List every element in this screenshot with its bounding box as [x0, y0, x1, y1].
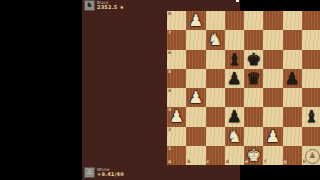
- file-label-g: g: [284, 160, 287, 165]
- white-king-e1[interactable]: ♚: [244, 146, 263, 165]
- square-g5[interactable]: ♟: [283, 69, 302, 88]
- square-g1[interactable]: g: [283, 146, 302, 165]
- square-f1[interactable]: f: [263, 146, 282, 165]
- file-label-c: c: [207, 160, 210, 165]
- rank-label-8: 8: [168, 12, 171, 17]
- square-e5[interactable]: ♛: [244, 69, 263, 88]
- square-h5[interactable]: [302, 69, 320, 88]
- white-pawn-f2[interactable]: ♟: [263, 127, 282, 146]
- square-c3[interactable]: [206, 107, 225, 126]
- square-e8[interactable]: [244, 11, 263, 30]
- square-d2[interactable]: ♞: [225, 127, 244, 146]
- square-b4[interactable]: ♟: [186, 88, 205, 107]
- square-e4[interactable]: [244, 88, 263, 107]
- square-c2[interactable]: [206, 127, 225, 146]
- square-d5[interactable]: ♟: [225, 69, 244, 88]
- square-c6[interactable]: [206, 50, 225, 69]
- square-g6[interactable]: [283, 50, 302, 69]
- square-a1[interactable]: 1a: [167, 146, 186, 165]
- square-d4[interactable]: [225, 88, 244, 107]
- square-d3[interactable]: ♟: [225, 107, 244, 126]
- square-h8[interactable]: [302, 11, 320, 30]
- square-e1[interactable]: e♚: [244, 146, 263, 165]
- square-a3[interactable]: 3♟: [167, 107, 186, 126]
- square-b5[interactable]: [186, 69, 205, 88]
- square-h4[interactable]: [302, 88, 320, 107]
- file-label-a: a: [168, 160, 171, 165]
- player-bar-black: ♞ Black 2352.5 ★: [84, 0, 124, 11]
- player-bar-white: ♙ White +9.41/40: [84, 167, 124, 178]
- square-a2[interactable]: 2: [167, 127, 186, 146]
- black-queen-e5[interactable]: ♛: [244, 69, 263, 88]
- white-avatar: ♙: [84, 167, 95, 178]
- square-h2[interactable]: [302, 127, 320, 146]
- white-knight-c7[interactable]: ♞: [206, 30, 225, 49]
- square-c8[interactable]: [206, 11, 225, 30]
- black-player-info: 2352.5 ★: [97, 5, 124, 10]
- white-avatar-icon: ♙: [86, 168, 92, 177]
- square-c1[interactable]: c: [206, 146, 225, 165]
- site-watermark-icon: ♟: [305, 149, 320, 164]
- square-g3[interactable]: [283, 107, 302, 126]
- black-player-text: Black 2352.5 ★: [97, 1, 124, 11]
- square-g4[interactable]: [283, 88, 302, 107]
- black-king-e6[interactable]: ♚: [244, 50, 263, 69]
- square-b8[interactable]: ♟: [186, 11, 205, 30]
- square-b1[interactable]: b: [186, 146, 205, 165]
- square-g2[interactable]: [283, 127, 302, 146]
- square-b3[interactable]: [186, 107, 205, 126]
- video-stage: ♞ Black 2352.5 ★ 8♟7♞6♝♚5♟♛♟4♟3♟♟♝2♞♟1ab…: [82, 0, 240, 180]
- corner-glint: [236, 0, 239, 2]
- white-pawn-a3[interactable]: ♟: [167, 107, 186, 126]
- chess-board: 8♟7♞6♝♚5♟♛♟4♟3♟♟♝2♞♟1abcde♚fgh♟: [167, 11, 320, 165]
- square-f4[interactable]: [263, 88, 282, 107]
- rank-label-6: 6: [168, 51, 171, 56]
- square-e2[interactable]: [244, 127, 263, 146]
- square-d8[interactable]: [225, 11, 244, 30]
- square-g8[interactable]: [283, 11, 302, 30]
- file-label-d: d: [226, 160, 229, 165]
- square-e7[interactable]: [244, 30, 263, 49]
- square-d6[interactable]: ♝: [225, 50, 244, 69]
- square-f8[interactable]: [263, 11, 282, 30]
- white-pawn-b4[interactable]: ♟: [186, 88, 205, 107]
- square-a8[interactable]: 8: [167, 11, 186, 30]
- square-f6[interactable]: [263, 50, 282, 69]
- square-a6[interactable]: 6: [167, 50, 186, 69]
- rank-label-1: 1: [168, 147, 171, 152]
- square-h7[interactable]: [302, 30, 320, 49]
- square-h3[interactable]: ♝: [302, 107, 320, 126]
- rank-label-5: 5: [168, 70, 171, 75]
- square-g7[interactable]: [283, 30, 302, 49]
- black-pawn-g5[interactable]: ♟: [283, 69, 302, 88]
- white-pawn-b8[interactable]: ♟: [186, 11, 205, 30]
- square-c4[interactable]: [206, 88, 225, 107]
- square-d1[interactable]: d: [225, 146, 244, 165]
- square-a4[interactable]: 4: [167, 88, 186, 107]
- square-h6[interactable]: [302, 50, 320, 69]
- white-knight-d2[interactable]: ♞: [225, 127, 244, 146]
- white-player-info: +9.41/40: [97, 172, 124, 177]
- square-e6[interactable]: ♚: [244, 50, 263, 69]
- black-bishop-d6[interactable]: ♝: [225, 50, 244, 69]
- square-f3[interactable]: [263, 107, 282, 126]
- square-e3[interactable]: [244, 107, 263, 126]
- square-b6[interactable]: [186, 50, 205, 69]
- square-c5[interactable]: [206, 69, 225, 88]
- square-b7[interactable]: [186, 30, 205, 49]
- rank-label-4: 4: [168, 89, 171, 94]
- black-avatar-icon: ♞: [86, 1, 92, 10]
- black-bishop-h3[interactable]: ♝: [302, 107, 320, 126]
- square-c7[interactable]: ♞: [206, 30, 225, 49]
- square-f7[interactable]: [263, 30, 282, 49]
- black-pawn-d5[interactable]: ♟: [225, 69, 244, 88]
- black-pawn-d3[interactable]: ♟: [225, 107, 244, 126]
- file-label-b: b: [187, 160, 190, 165]
- square-a7[interactable]: 7: [167, 30, 186, 49]
- square-a5[interactable]: 5: [167, 69, 186, 88]
- rank-label-2: 2: [168, 128, 171, 133]
- file-label-f: f: [264, 160, 266, 165]
- square-f5[interactable]: [263, 69, 282, 88]
- black-avatar: ♞: [84, 0, 95, 11]
- rank-label-7: 7: [168, 31, 171, 36]
- square-h1[interactable]: h♟: [302, 146, 320, 165]
- square-b2[interactable]: [186, 127, 205, 146]
- square-f2[interactable]: ♟: [263, 127, 282, 146]
- square-d7[interactable]: [225, 30, 244, 49]
- white-player-text: White +9.41/40: [97, 168, 124, 178]
